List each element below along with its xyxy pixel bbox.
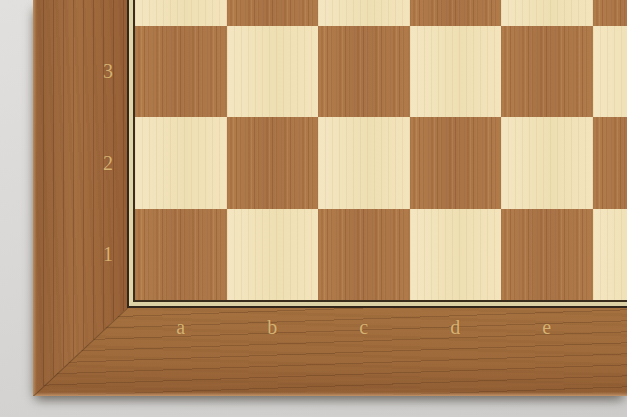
square-c2 xyxy=(318,117,410,209)
square-e3 xyxy=(501,26,593,118)
photo-background: abcde321 xyxy=(0,0,627,417)
file-label-b: b xyxy=(267,317,277,337)
square-b3 xyxy=(227,26,319,118)
square-c3 xyxy=(318,26,410,118)
square-a2 xyxy=(135,117,227,209)
square-f2 xyxy=(593,117,627,209)
square-f1 xyxy=(593,209,627,301)
file-label-e: e xyxy=(542,317,551,337)
square-a4 xyxy=(135,0,227,26)
rank-label-2: 2 xyxy=(103,153,113,173)
square-d3 xyxy=(410,26,502,118)
square-e4 xyxy=(501,0,593,26)
squares-grid xyxy=(135,0,627,300)
square-d4 xyxy=(410,0,502,26)
board-frame-bottom-rail xyxy=(33,308,627,396)
file-label-d: d xyxy=(450,317,460,337)
square-f4 xyxy=(593,0,627,26)
square-a1 xyxy=(135,209,227,301)
square-e2 xyxy=(501,117,593,209)
square-b1 xyxy=(227,209,319,301)
square-d2 xyxy=(410,117,502,209)
rank-label-3: 3 xyxy=(103,61,113,81)
square-c4 xyxy=(318,0,410,26)
rank-label-1: 1 xyxy=(103,244,113,264)
file-label-c: c xyxy=(359,317,368,337)
square-f3 xyxy=(593,26,627,118)
square-d1 xyxy=(410,209,502,301)
square-e1 xyxy=(501,209,593,301)
square-a3 xyxy=(135,26,227,118)
chess-board: abcde321 xyxy=(33,0,627,396)
square-b2 xyxy=(227,117,319,209)
square-b4 xyxy=(227,0,319,26)
board-inlay-border xyxy=(127,0,627,308)
file-label-a: a xyxy=(176,317,185,337)
square-c1 xyxy=(318,209,410,301)
